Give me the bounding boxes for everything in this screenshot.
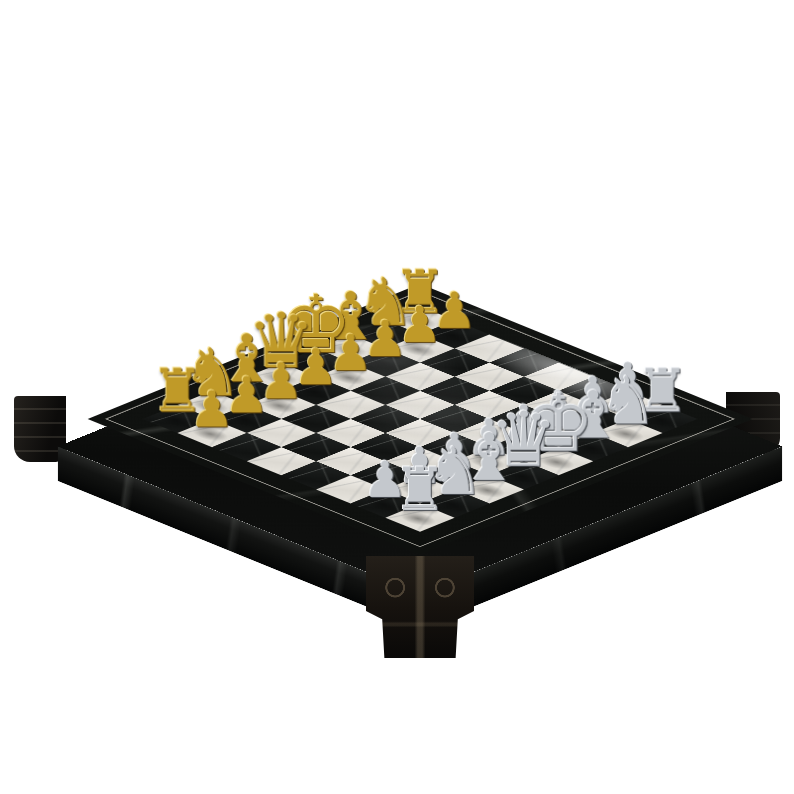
chess-board-3d: ♜♟♞♟♝♟♚♟♛♟♝♟♟♞♜♟♟♜♞♟♟♝♟♚♟♛♟♝♟♞♟♜ (88, 284, 753, 554)
square-d5 (385, 419, 454, 447)
product-photo-canvas: ♜♟♞♟♝♟♚♟♛♟♝♟♟♞♜♟♟♜♞♟♟♝♟♚♟♛♟♝♟♞♟♜ (0, 0, 794, 794)
chess-set-scene: ♜♟♞♟♝♟♚♟♛♟♝♟♟♞♜♟♟♜♞♟♟♝♟♚♟♛♟♝♟♞♟♜ (0, 0, 794, 794)
square-f7: ♟ (524, 419, 593, 447)
